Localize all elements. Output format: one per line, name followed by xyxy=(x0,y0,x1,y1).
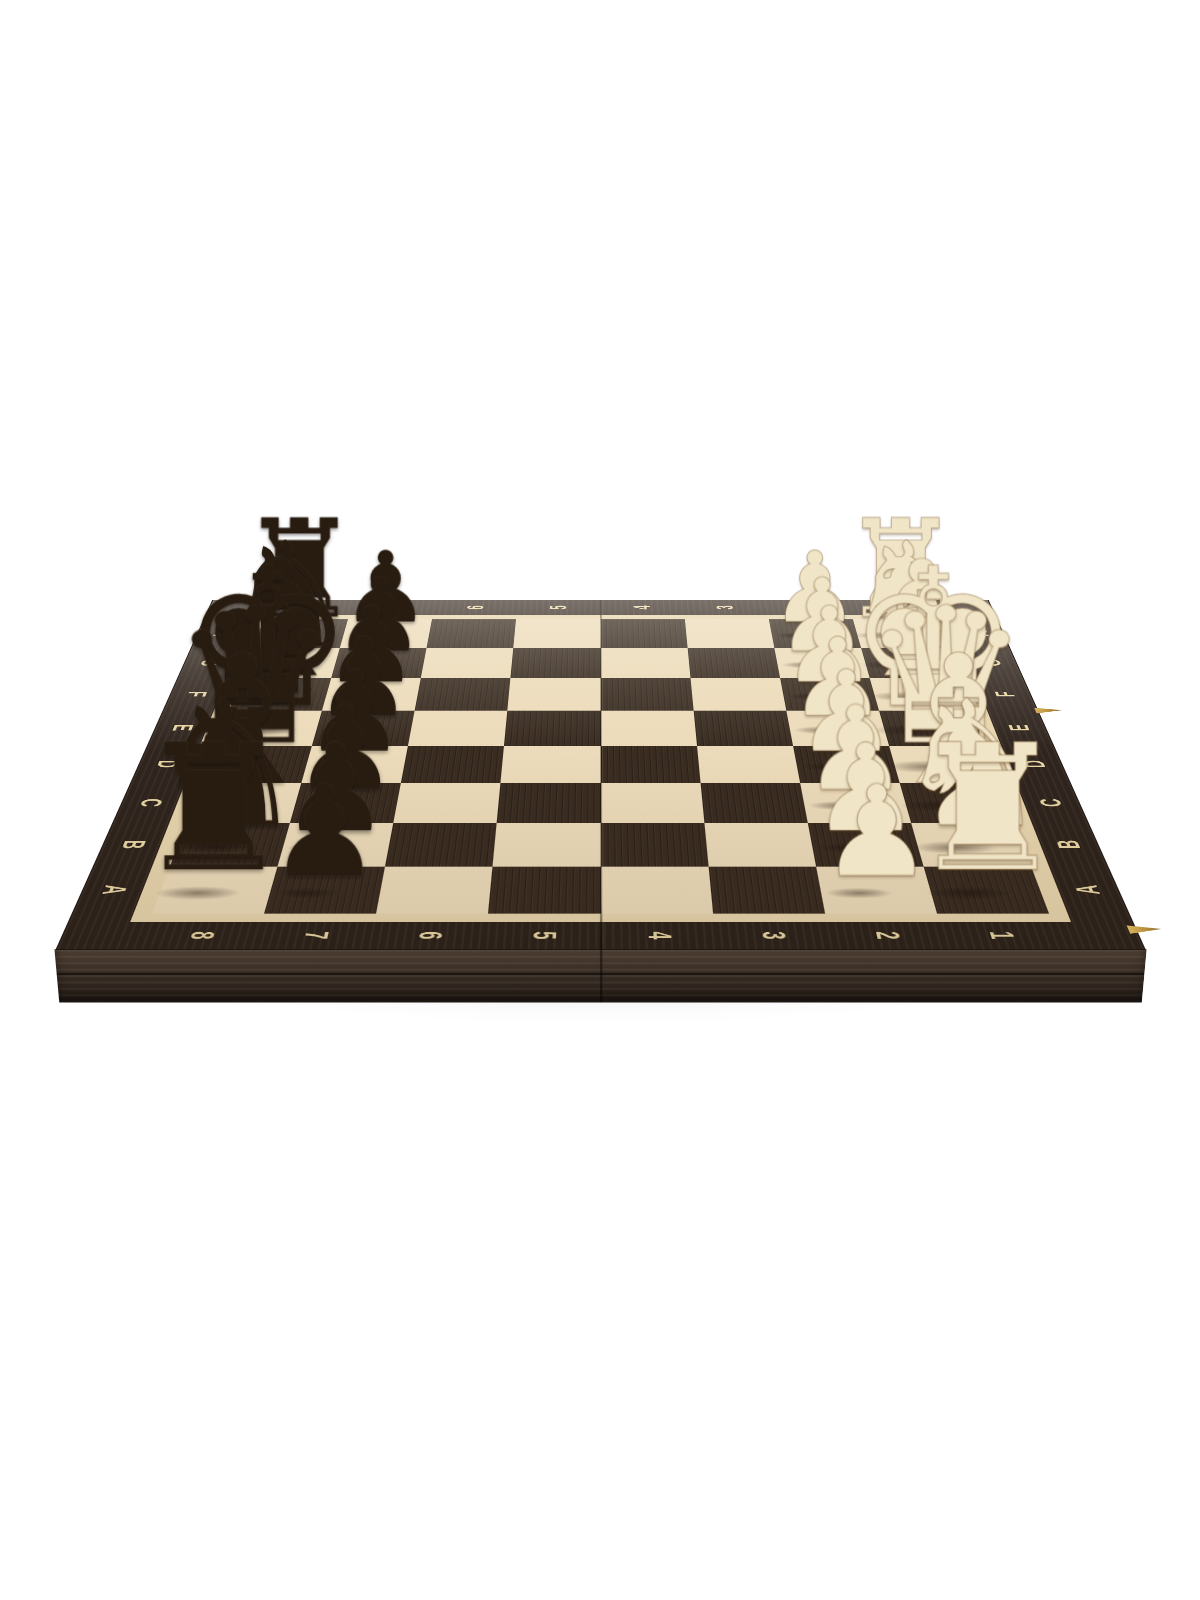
square-h3[interactable] xyxy=(685,619,775,647)
square-e5[interactable] xyxy=(504,711,600,746)
square-h4[interactable] xyxy=(600,619,687,647)
square-g5[interactable] xyxy=(511,648,601,678)
rank-label-back-6: 6 xyxy=(464,605,488,609)
chess-board: 8877665544332211AABBCCDDEEFFGGHH ♜♞♝♛♚♝♞… xyxy=(57,600,1145,949)
piece-black-rook-a8[interactable]: ♜ xyxy=(76,722,352,897)
product-photo-scene: 8877665544332211AABBCCDDEEFFGGHH ♜♞♝♛♚♝♞… xyxy=(0,0,1200,1600)
board-front-side xyxy=(54,949,1146,1002)
side-fold-seam xyxy=(599,949,601,1002)
square-h6[interactable] xyxy=(427,619,517,647)
rank-label-back-5: 5 xyxy=(547,605,571,609)
rank-label-back-3: 3 xyxy=(713,605,737,609)
square-f4[interactable] xyxy=(600,678,693,710)
square-g4[interactable] xyxy=(600,648,690,678)
square-e4[interactable] xyxy=(600,711,696,746)
rank-label-back-4: 4 xyxy=(630,605,654,609)
rank-label-back-7: 7 xyxy=(381,605,405,609)
square-h5[interactable] xyxy=(514,619,601,647)
square-f5[interactable] xyxy=(508,678,601,710)
piece-white-rook-a1[interactable]: ♜ xyxy=(849,722,1125,897)
rank-label-back-2: 2 xyxy=(796,605,820,609)
